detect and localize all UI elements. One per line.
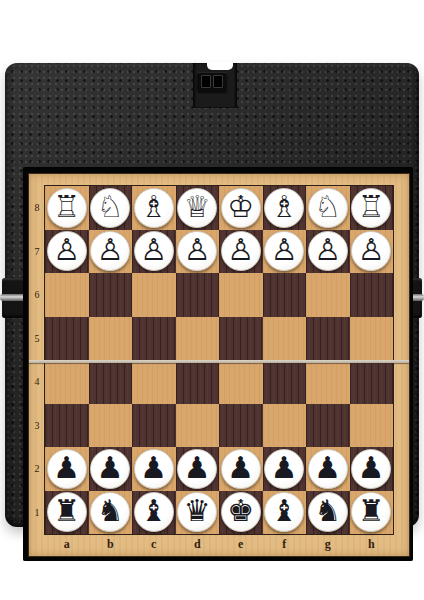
square-b2: ♟ <box>89 447 133 491</box>
square-h4 <box>350 360 394 404</box>
rank-label-5: 5 <box>29 317 45 361</box>
rank-label-4: 4 <box>29 360 45 404</box>
piece-black-pawn[interactable]: ♟ <box>351 449 391 489</box>
black-pawn-icon: ♟ <box>358 453 385 483</box>
square-f7: ♙ <box>263 230 307 274</box>
square-e7: ♙ <box>219 230 263 274</box>
black-pawn-icon: ♟ <box>140 453 167 483</box>
white-knight-icon: ♘ <box>97 192 124 222</box>
piece-black-pawn[interactable]: ♟ <box>308 449 348 489</box>
black-pawn-icon: ♟ <box>97 453 124 483</box>
board-recess: 87654321 ♖♘♗♕♔♗♘♖♙♙♙♙♙♙♙♙♟♟♟♟♟♟♟♟♜♞♝♛♚♝♞… <box>23 167 413 561</box>
file-label-a: a <box>45 534 89 554</box>
square-g3 <box>306 404 350 448</box>
file-labels: abcdefgh <box>45 534 393 554</box>
piece-white-bishop[interactable]: ♗ <box>134 188 174 228</box>
product-photo-background: 87654321 ♖♘♗♕♔♗♘♖♙♙♙♙♙♙♙♙♟♟♟♟♟♟♟♟♜♞♝♛♚♝♞… <box>0 0 424 600</box>
square-g5 <box>306 317 350 361</box>
square-f4 <box>263 360 307 404</box>
square-c5 <box>132 317 176 361</box>
black-knight-icon: ♞ <box>314 496 341 526</box>
square-a4 <box>45 360 89 404</box>
top-edge-notch <box>207 62 233 70</box>
black-bishop-icon: ♝ <box>140 496 167 526</box>
square-d7: ♙ <box>176 230 220 274</box>
piece-black-pawn[interactable]: ♟ <box>264 449 304 489</box>
piece-black-bishop[interactable]: ♝ <box>134 492 174 532</box>
black-pawn-icon: ♟ <box>53 453 80 483</box>
square-c7: ♙ <box>132 230 176 274</box>
piece-black-pawn[interactable]: ♟ <box>47 449 87 489</box>
file-label-e: e <box>219 534 263 554</box>
white-pawn-icon: ♙ <box>97 235 124 265</box>
square-a1: ♜ <box>45 491 89 535</box>
file-label-b: b <box>89 534 133 554</box>
piece-white-pawn[interactable]: ♙ <box>47 231 87 271</box>
square-f8: ♗ <box>263 186 307 230</box>
square-e3 <box>219 404 263 448</box>
square-e8: ♔ <box>219 186 263 230</box>
square-b6 <box>89 273 133 317</box>
square-d1: ♛ <box>176 491 220 535</box>
square-a7: ♙ <box>45 230 89 274</box>
black-bishop-icon: ♝ <box>271 496 298 526</box>
black-pawn-icon: ♟ <box>314 453 341 483</box>
black-queen-icon: ♛ <box>184 496 211 526</box>
rank-label-1: 1 <box>29 491 45 535</box>
white-pawn-icon: ♙ <box>314 235 341 265</box>
square-d8: ♕ <box>176 186 220 230</box>
square-b1: ♞ <box>89 491 133 535</box>
square-d5 <box>176 317 220 361</box>
square-e6 <box>219 273 263 317</box>
square-h5 <box>350 317 394 361</box>
piece-black-knight[interactable]: ♞ <box>308 492 348 532</box>
white-rook-icon: ♖ <box>358 192 385 222</box>
square-f3 <box>263 404 307 448</box>
black-rook-icon: ♜ <box>53 496 80 526</box>
square-b4 <box>89 360 133 404</box>
square-e1: ♚ <box>219 491 263 535</box>
rank-label-8: 8 <box>29 186 45 230</box>
square-h1: ♜ <box>350 491 394 535</box>
white-pawn-icon: ♙ <box>227 235 254 265</box>
square-a3 <box>45 404 89 448</box>
white-pawn-icon: ♙ <box>271 235 298 265</box>
square-c8: ♗ <box>132 186 176 230</box>
piece-black-rook[interactable]: ♜ <box>351 492 391 532</box>
square-e4 <box>219 360 263 404</box>
square-b7: ♙ <box>89 230 133 274</box>
piece-white-pawn[interactable]: ♙ <box>134 231 174 271</box>
piece-black-king[interactable]: ♚ <box>221 492 261 532</box>
file-label-c: c <box>132 534 176 554</box>
black-king-icon: ♚ <box>227 496 254 526</box>
square-h3 <box>350 404 394 448</box>
square-d4 <box>176 360 220 404</box>
white-pawn-icon: ♙ <box>184 235 211 265</box>
square-e5 <box>219 317 263 361</box>
piece-black-bishop[interactable]: ♝ <box>264 492 304 532</box>
piece-white-pawn[interactable]: ♙ <box>264 231 304 271</box>
piece-white-rook[interactable]: ♖ <box>351 188 391 228</box>
square-h8: ♖ <box>350 186 394 230</box>
square-g8: ♘ <box>306 186 350 230</box>
piece-black-pawn[interactable]: ♟ <box>90 449 130 489</box>
white-knight-icon: ♘ <box>314 192 341 222</box>
rank-label-2: 2 <box>29 447 45 491</box>
white-bishop-icon: ♗ <box>140 192 167 222</box>
piece-white-pawn[interactable]: ♙ <box>221 231 261 271</box>
file-label-g: g <box>306 534 350 554</box>
piece-black-rook[interactable]: ♜ <box>47 492 87 532</box>
piece-black-pawn[interactable]: ♟ <box>177 449 217 489</box>
square-d2: ♟ <box>176 447 220 491</box>
square-g1: ♞ <box>306 491 350 535</box>
square-f5 <box>263 317 307 361</box>
square-g2: ♟ <box>306 447 350 491</box>
fold-seam <box>29 360 409 363</box>
black-rook-icon: ♜ <box>358 496 385 526</box>
square-g4 <box>306 360 350 404</box>
piece-white-king[interactable]: ♔ <box>221 188 261 228</box>
square-b3 <box>89 404 133 448</box>
white-bishop-icon: ♗ <box>271 192 298 222</box>
black-knight-icon: ♞ <box>97 496 124 526</box>
piece-white-knight[interactable]: ♘ <box>308 188 348 228</box>
square-a5 <box>45 317 89 361</box>
square-d6 <box>176 273 220 317</box>
square-a2: ♟ <box>45 447 89 491</box>
file-label-h: h <box>350 534 394 554</box>
rank-label-7: 7 <box>29 230 45 274</box>
piece-white-rook[interactable]: ♖ <box>47 188 87 228</box>
square-a8: ♖ <box>45 186 89 230</box>
rank-label-3: 3 <box>29 404 45 448</box>
square-c6 <box>132 273 176 317</box>
piece-white-bishop[interactable]: ♗ <box>264 188 304 228</box>
piece-white-pawn[interactable]: ♙ <box>90 231 130 271</box>
square-c2: ♟ <box>132 447 176 491</box>
square-f6 <box>263 273 307 317</box>
file-label-d: d <box>176 534 220 554</box>
piece-white-knight[interactable]: ♘ <box>90 188 130 228</box>
square-b5 <box>89 317 133 361</box>
black-pawn-icon: ♟ <box>271 453 298 483</box>
white-rook-icon: ♖ <box>53 192 80 222</box>
file-label-f: f <box>263 534 307 554</box>
latch-slot <box>201 75 211 88</box>
piece-white-pawn[interactable]: ♙ <box>308 231 348 271</box>
piece-white-queen[interactable]: ♕ <box>177 188 217 228</box>
square-c4 <box>132 360 176 404</box>
chess-board-panel: 87654321 ♖♘♗♕♔♗♘♖♙♙♙♙♙♙♙♙♟♟♟♟♟♟♟♟♜♞♝♛♚♝♞… <box>28 173 410 557</box>
square-g6 <box>306 273 350 317</box>
white-pawn-icon: ♙ <box>53 235 80 265</box>
folding-chess-case: 87654321 ♖♘♗♕♔♗♘♖♙♙♙♙♙♙♙♙♟♟♟♟♟♟♟♟♜♞♝♛♚♝♞… <box>5 63 419 527</box>
square-c3 <box>132 404 176 448</box>
white-pawn-icon: ♙ <box>358 235 385 265</box>
square-d3 <box>176 404 220 448</box>
latch-slot <box>213 75 223 88</box>
top-latch <box>197 72 227 91</box>
square-h7: ♙ <box>350 230 394 274</box>
square-g7: ♙ <box>306 230 350 274</box>
piece-white-pawn[interactable]: ♙ <box>351 231 391 271</box>
piece-black-pawn[interactable]: ♟ <box>221 449 261 489</box>
piece-black-queen[interactable]: ♛ <box>177 492 217 532</box>
white-queen-icon: ♕ <box>184 192 211 222</box>
rank-label-6: 6 <box>29 273 45 317</box>
black-pawn-icon: ♟ <box>184 453 211 483</box>
square-h2: ♟ <box>350 447 394 491</box>
piece-black-pawn[interactable]: ♟ <box>134 449 174 489</box>
square-f1: ♝ <box>263 491 307 535</box>
square-b8: ♘ <box>89 186 133 230</box>
white-king-icon: ♔ <box>227 192 254 222</box>
square-e2: ♟ <box>219 447 263 491</box>
piece-white-pawn[interactable]: ♙ <box>177 231 217 271</box>
black-pawn-icon: ♟ <box>227 453 254 483</box>
square-h6 <box>350 273 394 317</box>
square-f2: ♟ <box>263 447 307 491</box>
square-c1: ♝ <box>132 491 176 535</box>
square-a6 <box>45 273 89 317</box>
white-pawn-icon: ♙ <box>140 235 167 265</box>
piece-black-knight[interactable]: ♞ <box>90 492 130 532</box>
